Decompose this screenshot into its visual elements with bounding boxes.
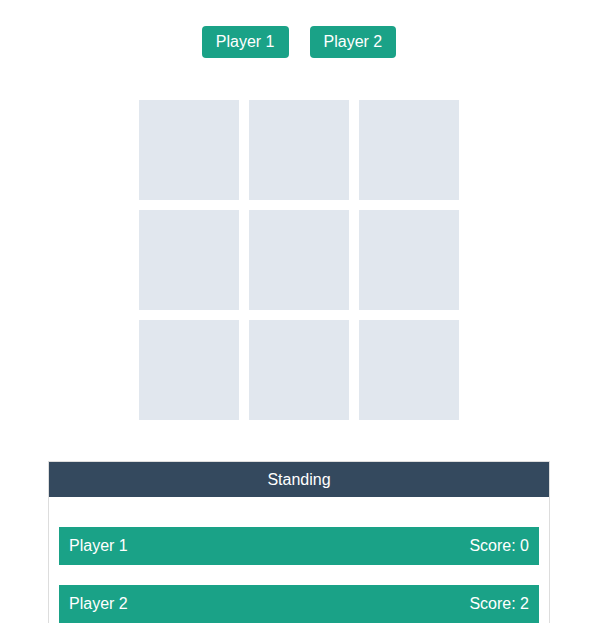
standing-player-2-score: Score: 2 <box>469 595 529 613</box>
standing-player-1-score: Score: 0 <box>469 537 529 555</box>
standing-title: Standing <box>49 462 549 497</box>
player-select-toolbar: Player 1 Player 2 <box>0 0 598 58</box>
cell-0-2[interactable] <box>359 100 459 200</box>
cell-1-1[interactable] <box>249 210 349 310</box>
cell-2-1[interactable] <box>249 320 349 420</box>
standing-row-player-2: Player 2 Score: 2 <box>59 585 539 623</box>
standing-row-player-1: Player 1 Score: 0 <box>59 527 539 565</box>
board <box>0 100 598 420</box>
player-1-button[interactable]: Player 1 <box>202 26 289 58</box>
standing-player-2-name: Player 2 <box>69 595 128 613</box>
cell-2-0[interactable] <box>139 320 239 420</box>
page: Player 1 Player 2 Standing Player 1 Scor… <box>0 0 598 623</box>
player-2-button[interactable]: Player 2 <box>310 26 397 58</box>
standing-player-1-name: Player 1 <box>69 537 128 555</box>
cell-2-2[interactable] <box>359 320 459 420</box>
cell-0-0[interactable] <box>139 100 239 200</box>
standing-panel: Standing Player 1 Score: 0 Player 2 Scor… <box>48 461 550 623</box>
cell-1-2[interactable] <box>359 210 459 310</box>
cell-1-0[interactable] <box>139 210 239 310</box>
standing-body: Player 1 Score: 0 Player 2 Score: 2 <box>49 497 549 623</box>
cell-0-1[interactable] <box>249 100 349 200</box>
